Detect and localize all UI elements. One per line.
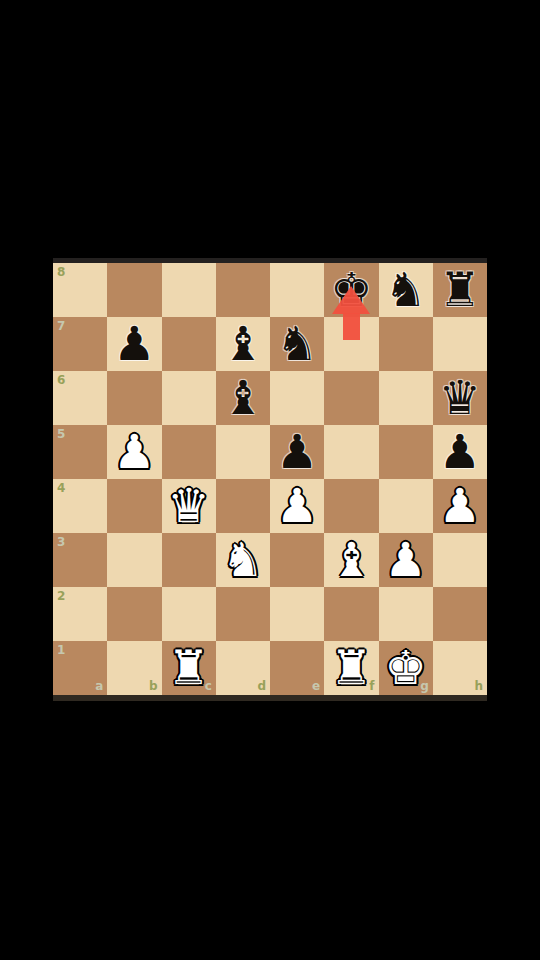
square-c5[interactable]	[162, 425, 216, 479]
square-d3[interactable]: ♞	[216, 533, 270, 587]
piece-white-pawn[interactable]: ♟	[107, 424, 161, 478]
rank-label-2: 2	[57, 590, 65, 602]
square-e6[interactable]	[270, 371, 324, 425]
square-c8[interactable]	[162, 263, 216, 317]
square-g2[interactable]	[379, 587, 433, 641]
square-c3[interactable]	[162, 533, 216, 587]
square-h3[interactable]	[433, 533, 487, 587]
square-h1[interactable]: h	[433, 641, 487, 695]
piece-white-rook[interactable]: ♜	[324, 640, 378, 694]
chess-board: 8♚♞♜7♟♝♞6♝♛5♟♟♟4♛♟♟3♞♝♟21abc♜def♜g♚h	[53, 263, 487, 695]
file-label-b: b	[149, 680, 158, 692]
square-g3[interactable]: ♟	[379, 533, 433, 587]
rank-label-1: 1	[57, 644, 65, 656]
square-a6[interactable]: 6	[53, 371, 107, 425]
piece-black-pawn[interactable]: ♟	[433, 424, 487, 478]
square-e3[interactable]	[270, 533, 324, 587]
square-h8[interactable]: ♜	[433, 263, 487, 317]
square-a4[interactable]: 4	[53, 479, 107, 533]
square-d1[interactable]: d	[216, 641, 270, 695]
piece-white-pawn[interactable]: ♟	[433, 478, 487, 532]
file-label-a: a	[95, 680, 103, 692]
square-d8[interactable]	[216, 263, 270, 317]
rank-label-5: 5	[57, 428, 65, 440]
square-g5[interactable]	[379, 425, 433, 479]
square-f3[interactable]: ♝	[324, 533, 378, 587]
square-a3[interactable]: 3	[53, 533, 107, 587]
square-c6[interactable]	[162, 371, 216, 425]
square-g8[interactable]: ♞	[379, 263, 433, 317]
square-c1[interactable]: c♜	[162, 641, 216, 695]
square-c2[interactable]	[162, 587, 216, 641]
square-f2[interactable]	[324, 587, 378, 641]
square-e2[interactable]	[270, 587, 324, 641]
square-c7[interactable]	[162, 317, 216, 371]
square-f5[interactable]	[324, 425, 378, 479]
piece-white-pawn[interactable]: ♟	[270, 478, 324, 532]
rank-label-6: 6	[57, 374, 65, 386]
square-a8[interactable]: 8	[53, 263, 107, 317]
square-b5[interactable]: ♟	[107, 425, 161, 479]
piece-black-knight[interactable]: ♞	[379, 262, 433, 316]
piece-black-bishop[interactable]: ♝	[216, 316, 270, 370]
square-d6[interactable]: ♝	[216, 371, 270, 425]
square-h2[interactable]	[433, 587, 487, 641]
square-d5[interactable]	[216, 425, 270, 479]
square-f6[interactable]	[324, 371, 378, 425]
move-arrow-head	[332, 286, 370, 314]
square-b8[interactable]	[107, 263, 161, 317]
square-a5[interactable]: 5	[53, 425, 107, 479]
square-c4[interactable]: ♛	[162, 479, 216, 533]
square-h7[interactable]	[433, 317, 487, 371]
rank-label-7: 7	[57, 320, 65, 332]
square-b4[interactable]	[107, 479, 161, 533]
square-g1[interactable]: g♚	[379, 641, 433, 695]
square-b1[interactable]: b	[107, 641, 161, 695]
rank-label-3: 3	[57, 536, 65, 548]
square-d4[interactable]	[216, 479, 270, 533]
piece-black-rook[interactable]: ♜	[433, 262, 487, 316]
square-a2[interactable]: 2	[53, 587, 107, 641]
piece-black-knight[interactable]: ♞	[270, 316, 324, 370]
square-e7[interactable]: ♞	[270, 317, 324, 371]
piece-white-queen[interactable]: ♛	[162, 478, 216, 532]
file-label-d: d	[257, 680, 266, 692]
move-arrow-shaft	[343, 313, 360, 340]
piece-white-rook[interactable]: ♜	[162, 640, 216, 694]
square-d7[interactable]: ♝	[216, 317, 270, 371]
square-e8[interactable]	[270, 263, 324, 317]
square-f1[interactable]: f♜	[324, 641, 378, 695]
square-b3[interactable]	[107, 533, 161, 587]
square-g7[interactable]	[379, 317, 433, 371]
square-a7[interactable]: 7	[53, 317, 107, 371]
square-h6[interactable]: ♛	[433, 371, 487, 425]
square-h5[interactable]: ♟	[433, 425, 487, 479]
square-b6[interactable]	[107, 371, 161, 425]
square-f4[interactable]	[324, 479, 378, 533]
square-e4[interactable]: ♟	[270, 479, 324, 533]
chess-board-frame: 8♚♞♜7♟♝♞6♝♛5♟♟♟4♛♟♟3♞♝♟21abc♜def♜g♚h	[53, 258, 487, 701]
piece-white-king[interactable]: ♚	[379, 640, 433, 694]
square-g4[interactable]	[379, 479, 433, 533]
piece-black-bishop[interactable]: ♝	[216, 370, 270, 424]
rank-label-4: 4	[57, 482, 65, 494]
square-g6[interactable]	[379, 371, 433, 425]
square-e1[interactable]: e	[270, 641, 324, 695]
piece-white-knight[interactable]: ♞	[216, 532, 270, 586]
piece-black-queen[interactable]: ♛	[433, 370, 487, 424]
piece-white-bishop[interactable]: ♝	[324, 532, 378, 586]
rank-label-8: 8	[57, 266, 65, 278]
square-a1[interactable]: 1a	[53, 641, 107, 695]
square-b2[interactable]	[107, 587, 161, 641]
square-d2[interactable]	[216, 587, 270, 641]
square-b7[interactable]: ♟	[107, 317, 161, 371]
file-label-e: e	[312, 680, 320, 692]
piece-black-pawn[interactable]: ♟	[107, 316, 161, 370]
square-h4[interactable]: ♟	[433, 479, 487, 533]
square-e5[interactable]: ♟	[270, 425, 324, 479]
piece-black-pawn[interactable]: ♟	[270, 424, 324, 478]
file-label-h: h	[474, 680, 483, 692]
piece-white-pawn[interactable]: ♟	[379, 532, 433, 586]
